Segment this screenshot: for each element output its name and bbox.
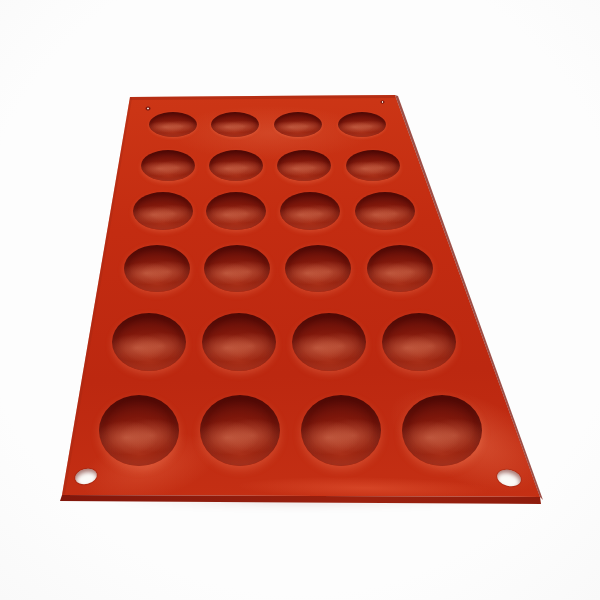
cavity-r5c2 — [202, 313, 276, 371]
cavity-r1c4 — [338, 112, 386, 137]
cavity-r6c1 — [99, 395, 179, 466]
cavity-r4c1 — [124, 245, 190, 292]
product-photo — [0, 0, 600, 600]
cavity-r6c4 — [402, 395, 482, 466]
hole-top-right — [380, 100, 385, 104]
cavity-r1c1 — [149, 112, 197, 137]
cavity-r5c4 — [382, 313, 456, 371]
cavity-r4c3 — [285, 245, 351, 292]
cavity-r4c4 — [367, 245, 433, 292]
cavity-r1c3 — [274, 112, 322, 137]
cavity-r2c2 — [209, 150, 263, 181]
cavity-r3c2 — [206, 192, 266, 230]
cavity-r3c1 — [133, 192, 193, 230]
cavity-r1c2 — [211, 112, 259, 137]
cavity-r6c3 — [301, 395, 381, 466]
cavity-r4c2 — [204, 245, 270, 292]
cavity-r2c4 — [346, 150, 400, 181]
cavity-r3c4 — [355, 192, 415, 230]
silicone-mould — [0, 0, 600, 600]
cavity-r2c3 — [277, 150, 331, 181]
cavity-r3c3 — [280, 192, 340, 230]
hole-top-left — [145, 106, 151, 111]
cavity-r6c2 — [200, 395, 280, 466]
cavity-r5c1 — [112, 313, 186, 371]
cavity-r5c3 — [292, 313, 366, 371]
cavity-r2c1 — [141, 150, 195, 181]
